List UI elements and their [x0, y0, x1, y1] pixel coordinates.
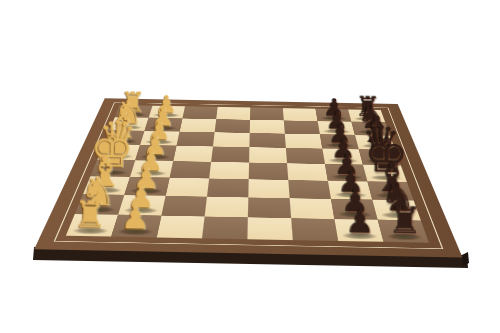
square-f3 [166, 178, 209, 197]
square-b3 [180, 118, 217, 132]
square-d5 [249, 147, 287, 163]
piece-white-rook-h1: ♜ [74, 197, 108, 232]
square-c3 [176, 132, 214, 147]
square-a3 [182, 106, 217, 119]
square-f5 [248, 179, 289, 198]
square-c6 [285, 134, 323, 149]
square-g6 [290, 198, 335, 219]
square-h2: ♟ [111, 215, 161, 238]
square-h1: ♜ [66, 214, 118, 237]
square-h4 [202, 217, 248, 240]
square-b4 [215, 119, 250, 133]
square-e4 [209, 162, 249, 179]
square-c5 [249, 133, 285, 148]
square-d3 [173, 146, 213, 162]
chess-board: ♜♟♟♜♞♟♟♞♝♟♟♝♛♟♟♛♚♟♟♚♝♟♟♝♞♟♟♞♜♟♟♜ [34, 98, 462, 257]
board-inlay-border: ♜♟♟♜♞♟♟♞♝♟♟♝♛♟♟♛♚♟♟♚♝♟♟♝♞♟♟♞♜♟♟♜ [54, 102, 444, 249]
square-a5 [250, 108, 284, 121]
square-b5 [250, 120, 285, 134]
board-grid: ♜♟♟♜♞♟♟♞♝♟♟♝♛♟♟♛♚♟♟♚♝♟♟♝♞♟♟♞♜♟♟♜ [66, 105, 429, 243]
piece-black-rook-h8: ♜ [388, 203, 422, 238]
square-e5 [249, 163, 289, 180]
square-f6 [288, 180, 331, 199]
piece-white-pawn-h2: ♟ [121, 202, 150, 233]
square-g4 [205, 197, 249, 218]
square-g5 [248, 197, 291, 218]
square-d4 [211, 146, 249, 162]
square-h7: ♟ [334, 219, 383, 242]
square-a6 [283, 108, 318, 121]
square-b6 [284, 120, 320, 134]
square-f4 [207, 178, 249, 197]
square-d6 [286, 148, 325, 164]
square-c4 [213, 132, 250, 147]
square-h3 [157, 216, 205, 239]
square-h5 [247, 217, 292, 240]
square-h6 [291, 218, 338, 241]
photo-scene: ♜♟♟♜♞♟♟♞♝♟♟♝♛♟♟♛♚♟♟♚♝♟♟♝♞♟♟♞♜♟♟♜ [0, 0, 500, 333]
square-e6 [287, 163, 328, 180]
board-tilt-wrapper: ♜♟♟♜♞♟♟♞♝♟♟♝♛♟♟♛♚♟♟♚♝♟♟♝♞♟♟♞♜♟♟♜ [34, 98, 462, 257]
chess-set-product-photo[interactable]: ♜♟♟♜♞♟♟♞♝♟♟♝♛♟♟♛♚♟♟♚♝♟♟♝♞♟♟♞♜♟♟♜ [0, 0, 500, 333]
square-e3 [170, 161, 212, 178]
square-h8: ♜ [378, 220, 429, 243]
square-a4 [216, 107, 250, 120]
square-g3 [161, 196, 207, 217]
piece-black-pawn-h7: ♟ [346, 207, 375, 238]
